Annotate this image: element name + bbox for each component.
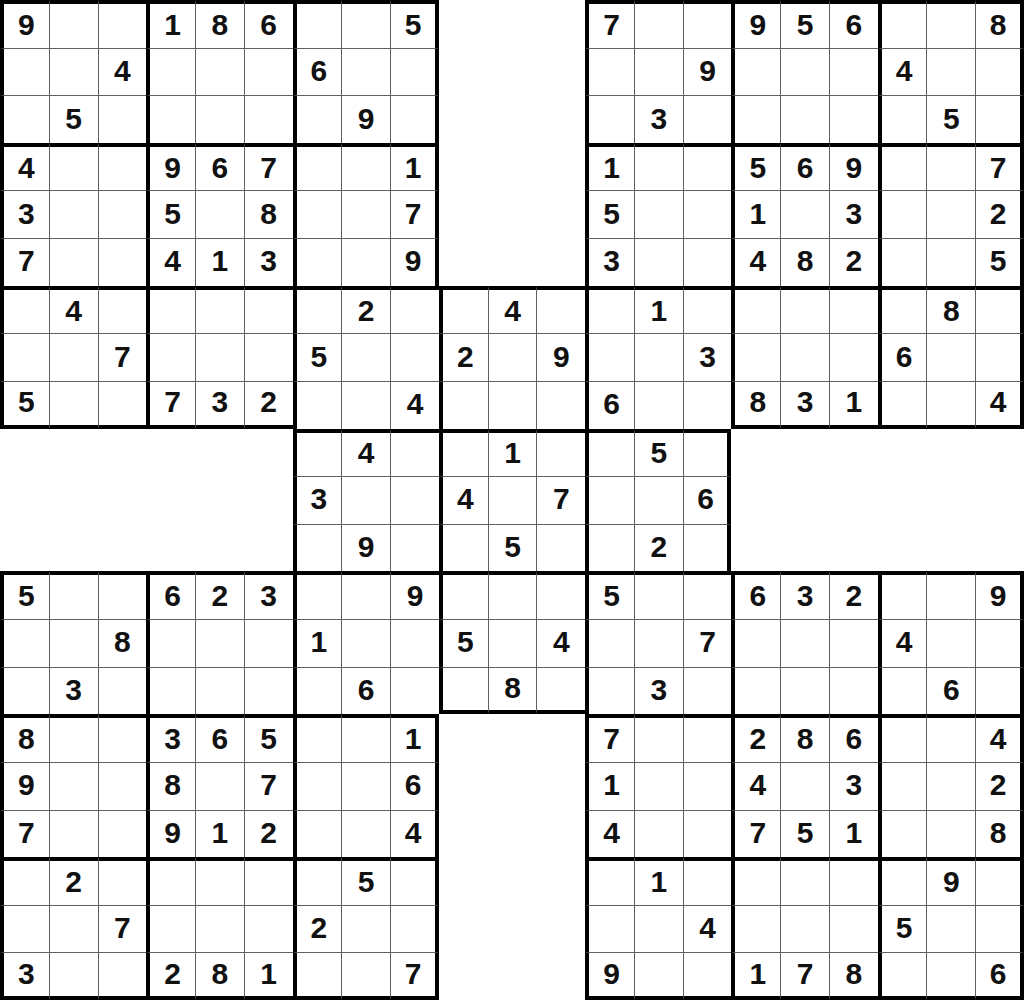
cell-r17-c18[interactable] <box>878 810 927 858</box>
cell-r19-c19[interactable] <box>926 905 975 953</box>
cell-r18-c16[interactable] <box>780 857 829 905</box>
cell-r19-c17[interactable] <box>829 905 878 953</box>
cell-r18-c0[interactable] <box>0 857 49 905</box>
given-digit: 4 <box>699 913 716 943</box>
cell-r12-c9[interactable] <box>439 571 488 619</box>
given-digit: 5 <box>749 153 766 183</box>
cell-r6-c8[interactable] <box>390 286 439 334</box>
given-digit: 3 <box>65 675 82 705</box>
cell-r3-c12: 1 <box>585 143 634 191</box>
cell-r13-c7[interactable] <box>341 619 390 667</box>
cell-r8-c13[interactable] <box>634 381 683 429</box>
cell-r5-c14[interactable] <box>683 238 732 286</box>
blank-region-r3-c11 <box>536 143 585 191</box>
cell-r15-c6[interactable] <box>293 714 342 762</box>
cell-r5-c1[interactable] <box>49 238 98 286</box>
cell-r11-c9[interactable] <box>439 524 488 572</box>
cell-r16-c4[interactable] <box>195 762 244 810</box>
cell-r4-c13[interactable] <box>634 190 683 238</box>
cell-r14-c20[interactable] <box>975 667 1024 715</box>
cell-r17-c1[interactable] <box>49 810 98 858</box>
cell-r20-c19[interactable] <box>926 952 975 1000</box>
cell-r16-c14[interactable] <box>683 762 732 810</box>
cell-r1-c0[interactable] <box>0 48 49 96</box>
cell-r8-c18[interactable] <box>878 381 927 429</box>
cell-r12-c10[interactable] <box>488 571 537 619</box>
cell-r17-c7[interactable] <box>341 810 390 858</box>
given-digit: 9 <box>18 10 35 40</box>
cell-r11-c12[interactable] <box>585 524 634 572</box>
cell-r3-c6[interactable] <box>293 143 342 191</box>
cell-r0-c15: 9 <box>731 0 780 48</box>
cell-r15-c8: 1 <box>390 714 439 762</box>
cell-r8-c10[interactable] <box>488 381 537 429</box>
cell-r18-c4[interactable] <box>195 857 244 905</box>
cell-r20-c13[interactable] <box>634 952 683 1000</box>
given-digit: 8 <box>990 818 1007 848</box>
blank-region-r9-c16 <box>780 429 829 477</box>
cell-r14-c3[interactable] <box>146 667 195 715</box>
cell-r19-c8[interactable] <box>390 905 439 953</box>
cell-r8-c1[interactable] <box>49 381 98 429</box>
cell-r6-c9[interactable] <box>439 286 488 334</box>
cell-r20-c18[interactable] <box>878 952 927 1000</box>
cell-r18-c17[interactable] <box>829 857 878 905</box>
cell-r10-c8[interactable] <box>390 476 439 524</box>
cell-r10-c13[interactable] <box>634 476 683 524</box>
cell-r8-c9[interactable] <box>439 381 488 429</box>
cell-r19-c16[interactable] <box>780 905 829 953</box>
cell-r7-c19[interactable] <box>926 333 975 381</box>
cell-r15-c1[interactable] <box>49 714 98 762</box>
cell-r18-c18[interactable] <box>878 857 927 905</box>
cell-r1-c1[interactable] <box>49 48 98 96</box>
cell-r1-c4[interactable] <box>195 48 244 96</box>
given-digit: 3 <box>164 724 181 754</box>
blank-region-r10-c18 <box>878 476 927 524</box>
cell-r2-c12[interactable] <box>585 95 634 143</box>
cell-r14-c18[interactable] <box>878 667 927 715</box>
cell-r16-c1[interactable] <box>49 762 98 810</box>
cell-r6-c5[interactable] <box>244 286 293 334</box>
cell-r13-c20[interactable] <box>975 619 1024 667</box>
cell-r13-c8[interactable] <box>390 619 439 667</box>
cell-r11-c8[interactable] <box>390 524 439 572</box>
cell-r5-c6[interactable] <box>293 238 342 286</box>
cell-r16-c7[interactable] <box>341 762 390 810</box>
cell-r2-c0[interactable] <box>0 95 49 143</box>
cell-r1-c12[interactable] <box>585 48 634 96</box>
cell-r16-c13[interactable] <box>634 762 683 810</box>
cell-r15-c14[interactable] <box>683 714 732 762</box>
cell-r17-c14[interactable] <box>683 810 732 858</box>
cell-r5-c2[interactable] <box>98 238 147 286</box>
cell-r15-c7[interactable] <box>341 714 390 762</box>
cell-r13-c13[interactable] <box>634 619 683 667</box>
given-digit: 9 <box>358 532 375 562</box>
cell-r5-c19[interactable] <box>926 238 975 286</box>
cell-r18-c5[interactable] <box>244 857 293 905</box>
cell-r16-c18[interactable] <box>878 762 927 810</box>
cell-r6-c6[interactable] <box>293 286 342 334</box>
cell-r4-c4[interactable] <box>195 190 244 238</box>
cell-r4-c18[interactable] <box>878 190 927 238</box>
cell-r11-c6[interactable] <box>293 524 342 572</box>
cell-r19-c13[interactable] <box>634 905 683 953</box>
cell-r1-c17[interactable] <box>829 48 878 96</box>
given-digit: 3 <box>650 104 667 134</box>
cell-r6-c18[interactable] <box>878 286 927 334</box>
cell-r8-c14[interactable] <box>683 381 732 429</box>
cell-r12-c11[interactable] <box>536 571 585 619</box>
cell-r2-c15[interactable] <box>731 95 780 143</box>
cell-r18-c19: 9 <box>926 857 975 905</box>
cell-r18-c14[interactable] <box>683 857 732 905</box>
cell-r9-c9[interactable] <box>439 429 488 477</box>
cell-r14-c12[interactable] <box>585 667 634 715</box>
cell-r16-c2[interactable] <box>98 762 147 810</box>
cell-r19-c3[interactable] <box>146 905 195 953</box>
given-digit: 3 <box>845 199 862 229</box>
cell-r14-c10: 8 <box>488 667 537 715</box>
cell-r0-c14[interactable] <box>683 0 732 48</box>
cell-r0-c5: 6 <box>244 0 293 48</box>
cell-r15-c19[interactable] <box>926 714 975 762</box>
cell-r16-c16[interactable] <box>780 762 829 810</box>
blank-region-r11-c16 <box>780 524 829 572</box>
cell-r13-c10[interactable] <box>488 619 537 667</box>
blank-region-r4-c10 <box>488 190 537 238</box>
cell-r14-c2[interactable] <box>98 667 147 715</box>
cell-r8-c11[interactable] <box>536 381 585 429</box>
given-digit: 8 <box>797 724 814 754</box>
cell-r3-c7[interactable] <box>341 143 390 191</box>
blank-region-r9-c2 <box>98 429 147 477</box>
cell-r7-c20[interactable] <box>975 333 1024 381</box>
cell-r7-c5[interactable] <box>244 333 293 381</box>
cell-r1-c13[interactable] <box>634 48 683 96</box>
cell-r0-c7[interactable] <box>341 0 390 48</box>
blank-region-r20-c11 <box>536 952 585 1000</box>
cell-r13-c15[interactable] <box>731 619 780 667</box>
cell-r7-c15[interactable] <box>731 333 780 381</box>
cell-r13-c0[interactable] <box>0 619 49 667</box>
cell-r17-c6[interactable] <box>293 810 342 858</box>
cell-r6-c2[interactable] <box>98 286 147 334</box>
cell-r17-c19[interactable] <box>926 810 975 858</box>
cell-r6-c0[interactable] <box>0 286 49 334</box>
cell-r12-c2[interactable] <box>98 571 147 619</box>
cell-r18-c2[interactable] <box>98 857 147 905</box>
cell-r2-c8[interactable] <box>390 95 439 143</box>
cell-r2-c20[interactable] <box>975 95 1024 143</box>
cell-r15-c13[interactable] <box>634 714 683 762</box>
given-digit: 5 <box>18 387 35 417</box>
cell-r7-c13[interactable] <box>634 333 683 381</box>
cell-r3-c1[interactable] <box>49 143 98 191</box>
cell-r17-c2[interactable] <box>98 810 147 858</box>
given-digit: 4 <box>457 484 474 514</box>
cell-r0-c13[interactable] <box>634 0 683 48</box>
cell-r2-c6[interactable] <box>293 95 342 143</box>
cell-r0-c6[interactable] <box>293 0 342 48</box>
cell-r10-c12[interactable] <box>585 476 634 524</box>
cell-r11-c11[interactable] <box>536 524 585 572</box>
cell-r12-c13[interactable] <box>634 571 683 619</box>
cell-r16-c6[interactable] <box>293 762 342 810</box>
cell-r12-c6[interactable] <box>293 571 342 619</box>
cell-r4-c20: 2 <box>975 190 1024 238</box>
cell-r7-c12[interactable] <box>585 333 634 381</box>
cell-r4-c14[interactable] <box>683 190 732 238</box>
cell-r20-c6[interactable] <box>293 952 342 1000</box>
cell-r13-c5[interactable] <box>244 619 293 667</box>
cell-r5-c18[interactable] <box>878 238 927 286</box>
cell-r2-c13: 3 <box>634 95 683 143</box>
cell-r9-c8[interactable] <box>390 429 439 477</box>
blank-region-r9-c1 <box>49 429 98 477</box>
given-digit: 6 <box>212 153 229 183</box>
cell-r13-c12[interactable] <box>585 619 634 667</box>
cell-r9-c13: 5 <box>634 429 683 477</box>
cell-r0-c18[interactable] <box>878 0 927 48</box>
cell-r6-c15[interactable] <box>731 286 780 334</box>
cell-r19-c1[interactable] <box>49 905 98 953</box>
cell-r0-c19[interactable] <box>926 0 975 48</box>
cell-r3-c4: 6 <box>195 143 244 191</box>
blank-region-r18-c9 <box>439 857 488 905</box>
cell-r1-c3[interactable] <box>146 48 195 96</box>
cell-r6-c4[interactable] <box>195 286 244 334</box>
cell-r2-c2[interactable] <box>98 95 147 143</box>
cell-r5-c4: 1 <box>195 238 244 286</box>
cell-r18-c3[interactable] <box>146 857 195 905</box>
cell-r16-c19[interactable] <box>926 762 975 810</box>
cell-r14-c11[interactable] <box>536 667 585 715</box>
cell-r2-c14[interactable] <box>683 95 732 143</box>
cell-r3-c19[interactable] <box>926 143 975 191</box>
cell-r2-c18[interactable] <box>878 95 927 143</box>
cell-r20-c20: 6 <box>975 952 1024 1000</box>
cell-r13-c1[interactable] <box>49 619 98 667</box>
cell-r19-c20[interactable] <box>975 905 1024 953</box>
cell-r8-c19[interactable] <box>926 381 975 429</box>
given-digit: 8 <box>797 246 814 276</box>
cell-r18-c12[interactable] <box>585 857 634 905</box>
cell-r10-c7[interactable] <box>341 476 390 524</box>
cell-r20-c15: 1 <box>731 952 780 1000</box>
cell-r7-c3[interactable] <box>146 333 195 381</box>
cell-r20-c0: 3 <box>0 952 49 1000</box>
cell-r9-c14[interactable] <box>683 429 732 477</box>
cell-r4-c2[interactable] <box>98 190 147 238</box>
cell-r16-c0: 9 <box>0 762 49 810</box>
cell-r14-c16[interactable] <box>780 667 829 715</box>
given-digit: 7 <box>164 387 181 417</box>
cell-r7-c1[interactable] <box>49 333 98 381</box>
cell-r8-c5: 2 <box>244 381 293 429</box>
given-digit: 6 <box>749 581 766 611</box>
cell-r1-c19[interactable] <box>926 48 975 96</box>
cell-r4-c6[interactable] <box>293 190 342 238</box>
cell-r19-c0[interactable] <box>0 905 49 953</box>
cell-r5-c7[interactable] <box>341 238 390 286</box>
cell-r1-c15[interactable] <box>731 48 780 96</box>
cell-r18-c1: 2 <box>49 857 98 905</box>
cell-r1-c16[interactable] <box>780 48 829 96</box>
cell-r4-c1[interactable] <box>49 190 98 238</box>
cell-r13-c4[interactable] <box>195 619 244 667</box>
cell-r15-c17: 6 <box>829 714 878 762</box>
given-digit: 9 <box>943 867 960 897</box>
cell-r14-c5[interactable] <box>244 667 293 715</box>
cell-r3-c2[interactable] <box>98 143 147 191</box>
cell-r16-c3: 8 <box>146 762 195 810</box>
cell-r6-c11[interactable] <box>536 286 585 334</box>
given-digit: 9 <box>358 104 375 134</box>
cell-r11-c14[interactable] <box>683 524 732 572</box>
cell-r19-c4[interactable] <box>195 905 244 953</box>
cell-r14-c7: 6 <box>341 667 390 715</box>
cell-r20-c3: 2 <box>146 952 195 1000</box>
given-digit: 4 <box>896 627 913 657</box>
cell-r14-c6[interactable] <box>293 667 342 715</box>
cell-r14-c15[interactable] <box>731 667 780 715</box>
cell-r4-c17: 3 <box>829 190 878 238</box>
cell-r18-c6[interactable] <box>293 857 342 905</box>
cell-r4-c16[interactable] <box>780 190 829 238</box>
cell-r7-c0[interactable] <box>0 333 49 381</box>
cell-r18-c13: 1 <box>634 857 683 905</box>
cell-r7-c8[interactable] <box>390 333 439 381</box>
cell-r8-c2[interactable] <box>98 381 147 429</box>
cell-r9-c12[interactable] <box>585 429 634 477</box>
cell-r6-c3[interactable] <box>146 286 195 334</box>
cell-r5-c12: 3 <box>585 238 634 286</box>
blank-region-r9-c17 <box>829 429 878 477</box>
cell-r8-c6[interactable] <box>293 381 342 429</box>
cell-r7-c9: 2 <box>439 333 488 381</box>
cell-r9-c6[interactable] <box>293 429 342 477</box>
cell-r14-c4[interactable] <box>195 667 244 715</box>
cell-r14-c8[interactable] <box>390 667 439 715</box>
cell-r12-c1[interactable] <box>49 571 98 619</box>
given-digit: 5 <box>797 818 814 848</box>
cell-r13-c3[interactable] <box>146 619 195 667</box>
cell-r4-c7[interactable] <box>341 190 390 238</box>
blank-region-r11-c4 <box>195 524 244 572</box>
cell-r10-c10[interactable] <box>488 476 537 524</box>
cell-r3-c14[interactable] <box>683 143 732 191</box>
cell-r12-c18[interactable] <box>878 571 927 619</box>
blank-region-r1-c9 <box>439 48 488 96</box>
given-digit: 7 <box>990 153 1007 183</box>
cell-r20-c14[interactable] <box>683 952 732 1000</box>
cell-r12-c7[interactable] <box>341 571 390 619</box>
cell-r6-c14[interactable] <box>683 286 732 334</box>
cell-r9-c11[interactable] <box>536 429 585 477</box>
cell-r20-c2[interactable] <box>98 952 147 1000</box>
cell-r18-c20[interactable] <box>975 857 1024 905</box>
cell-r6-c12[interactable] <box>585 286 634 334</box>
cell-r13-c19[interactable] <box>926 619 975 667</box>
cell-r1-c20[interactable] <box>975 48 1024 96</box>
cell-r2-c1: 5 <box>49 95 98 143</box>
cell-r0-c8: 5 <box>390 0 439 48</box>
given-digit: 9 <box>603 959 620 989</box>
cell-r14-c17[interactable] <box>829 667 878 715</box>
cell-r2-c17[interactable] <box>829 95 878 143</box>
given-digit: 2 <box>650 532 667 562</box>
cell-r0-c2[interactable] <box>98 0 147 48</box>
cell-r5-c13[interactable] <box>634 238 683 286</box>
cell-r17-c13[interactable] <box>634 810 683 858</box>
cell-r15-c18[interactable] <box>878 714 927 762</box>
cell-r4-c5: 8 <box>244 190 293 238</box>
cell-r2-c4[interactable] <box>195 95 244 143</box>
cell-r12-c19[interactable] <box>926 571 975 619</box>
cell-r8-c7[interactable] <box>341 381 390 429</box>
cell-r13-c16[interactable] <box>780 619 829 667</box>
cell-r3-c18[interactable] <box>878 143 927 191</box>
cell-r13-c17[interactable] <box>829 619 878 667</box>
cell-r7-c4[interactable] <box>195 333 244 381</box>
cell-r6-c17[interactable] <box>829 286 878 334</box>
cell-r14-c9[interactable] <box>439 667 488 715</box>
cell-r19-c7[interactable] <box>341 905 390 953</box>
given-digit: 2 <box>990 770 1007 800</box>
cell-r18-c15[interactable] <box>731 857 780 905</box>
cell-r4-c19[interactable] <box>926 190 975 238</box>
cell-r14-c0[interactable] <box>0 667 49 715</box>
cell-r1-c8[interactable] <box>390 48 439 96</box>
cell-r20-c1[interactable] <box>49 952 98 1000</box>
cell-r15-c2[interactable] <box>98 714 147 762</box>
cell-r1-c5[interactable] <box>244 48 293 96</box>
cell-r17-c16: 5 <box>780 810 829 858</box>
cell-r6-c16[interactable] <box>780 286 829 334</box>
cell-r19-c12[interactable] <box>585 905 634 953</box>
cell-r12-c14[interactable] <box>683 571 732 619</box>
samurai-sudoku-page: 9186579568469459354967115697358751327413… <box>0 0 1024 1000</box>
cell-r2-c5[interactable] <box>244 95 293 143</box>
given-digit: 3 <box>603 246 620 276</box>
given-digit: 6 <box>164 581 181 611</box>
cell-r0-c1[interactable] <box>49 0 98 48</box>
cell-r20-c7[interactable] <box>341 952 390 1000</box>
cell-r1-c7[interactable] <box>341 48 390 96</box>
cell-r16-c8: 6 <box>390 762 439 810</box>
cell-r5-c20: 5 <box>975 238 1024 286</box>
cell-r7-c10[interactable] <box>488 333 537 381</box>
blank-region-r1-c10 <box>488 48 537 96</box>
cell-r18-c8[interactable] <box>390 857 439 905</box>
cell-r14-c14[interactable] <box>683 667 732 715</box>
cell-r19-c5[interactable] <box>244 905 293 953</box>
cell-r15-c12: 7 <box>585 714 634 762</box>
cell-r6-c20[interactable] <box>975 286 1024 334</box>
given-digit: 2 <box>212 581 229 611</box>
cell-r2-c3[interactable] <box>146 95 195 143</box>
cell-r7-c17[interactable] <box>829 333 878 381</box>
cell-r17-c0: 7 <box>0 810 49 858</box>
cell-r7-c16[interactable] <box>780 333 829 381</box>
cell-r2-c16[interactable] <box>780 95 829 143</box>
cell-r19-c15[interactable] <box>731 905 780 953</box>
cell-r3-c13[interactable] <box>634 143 683 191</box>
cell-r7-c7[interactable] <box>341 333 390 381</box>
cell-r12-c0: 5 <box>0 571 49 619</box>
